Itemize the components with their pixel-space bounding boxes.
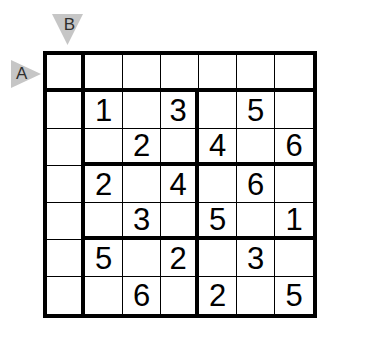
outer-row-cell bbox=[161, 55, 199, 92]
cell-r3c5-given: 6 bbox=[237, 166, 275, 203]
outer-row-cell bbox=[85, 55, 123, 92]
cell-r4c4-given: 5 bbox=[199, 203, 237, 240]
cell-r2c6-given: 6 bbox=[275, 129, 313, 166]
cell-r6c2-given: 6 bbox=[123, 277, 161, 314]
outer-column-cell bbox=[47, 166, 85, 203]
marker-b-label: B bbox=[64, 15, 75, 35]
cell-r4c3-empty[interactable] bbox=[161, 203, 199, 240]
cell-r6c1-empty[interactable] bbox=[85, 277, 123, 314]
cell-r5c3-given: 2 bbox=[161, 240, 199, 277]
cell-r3c2-empty[interactable] bbox=[123, 166, 161, 203]
marker-b-arrow-down-icon: B bbox=[52, 14, 83, 45]
outer-column-cell bbox=[47, 129, 85, 166]
cell-r1c3-given: 3 bbox=[161, 92, 199, 129]
outer-row-cell bbox=[275, 55, 313, 92]
cell-r6c3-empty[interactable] bbox=[161, 277, 199, 314]
cell-r3c6-empty[interactable] bbox=[275, 166, 313, 203]
cell-r6c5-empty[interactable] bbox=[237, 277, 275, 314]
outer-column-cell bbox=[47, 92, 85, 129]
cell-r6c4-given: 2 bbox=[199, 277, 237, 314]
cell-r1c6-empty[interactable] bbox=[275, 92, 313, 129]
cell-r5c2-empty[interactable] bbox=[123, 240, 161, 277]
cell-r3c3-given: 4 bbox=[161, 166, 199, 203]
outer-row-cell bbox=[237, 55, 275, 92]
sudoku-board: 135246246351523625 bbox=[43, 51, 317, 318]
cell-r1c5-given: 5 bbox=[237, 92, 275, 129]
cell-r3c4-empty[interactable] bbox=[199, 166, 237, 203]
cell-r2c4-given: 4 bbox=[199, 129, 237, 166]
cell-r4c6-given: 1 bbox=[275, 203, 313, 240]
cell-r5c5-given: 3 bbox=[237, 240, 275, 277]
cell-r4c1-empty[interactable] bbox=[85, 203, 123, 240]
cell-r2c1-empty[interactable] bbox=[85, 129, 123, 166]
outer-row-cell bbox=[123, 55, 161, 92]
cell-r2c5-empty[interactable] bbox=[237, 129, 275, 166]
cell-r1c1-given: 1 bbox=[85, 92, 123, 129]
cell-r5c4-empty[interactable] bbox=[199, 240, 237, 277]
cell-r4c5-empty[interactable] bbox=[237, 203, 275, 240]
cell-r6c6-given: 5 bbox=[275, 277, 313, 314]
outer-column-cell bbox=[47, 277, 85, 314]
cell-r5c6-empty[interactable] bbox=[275, 240, 313, 277]
outer-row-cell bbox=[199, 55, 237, 92]
cell-r4c2-given: 3 bbox=[123, 203, 161, 240]
cell-r3c1-given: 2 bbox=[85, 166, 123, 203]
outer-column-cell bbox=[47, 240, 85, 277]
cell-r1c4-empty[interactable] bbox=[199, 92, 237, 129]
cell-r2c3-empty[interactable] bbox=[161, 129, 199, 166]
cell-r5c1-given: 5 bbox=[85, 240, 123, 277]
cell-r2c2-given: 2 bbox=[123, 129, 161, 166]
cell-r1c2-empty[interactable] bbox=[123, 92, 161, 129]
outer-column-cell bbox=[47, 203, 85, 240]
marker-a-arrow-right-icon: A bbox=[11, 60, 41, 88]
marker-a-label: A bbox=[16, 64, 27, 84]
outer-corner-cell bbox=[47, 55, 85, 92]
puzzle-page: B A 135246246351523625 bbox=[0, 0, 365, 364]
